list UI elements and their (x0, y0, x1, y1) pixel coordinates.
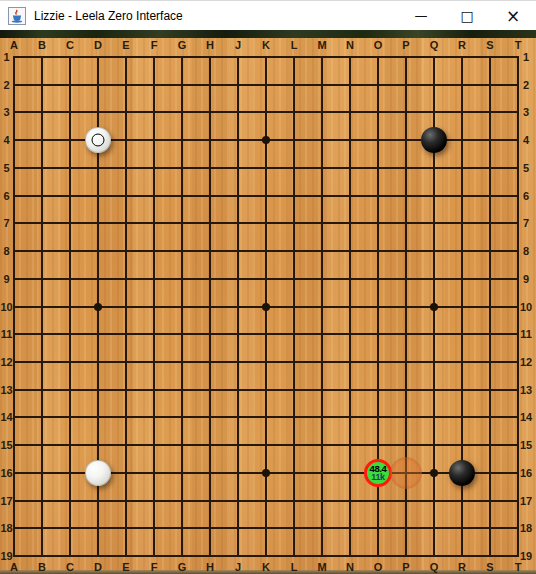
coordinate-label-left-14: 14 (0, 411, 12, 423)
coordinate-label-top-A: A (10, 39, 18, 51)
coordinate-label-top-M: M (317, 39, 326, 51)
stone-white-D4 (85, 127, 111, 153)
star-point-Q10 (430, 303, 438, 311)
coordinate-label-left-17: 17 (0, 495, 12, 507)
coordinate-label-bottom-H: H (206, 561, 214, 573)
coordinate-label-left-6: 6 (3, 190, 9, 202)
coordinate-label-top-D: D (94, 39, 102, 51)
coordinate-label-bottom-D: D (94, 561, 102, 573)
maximize-button[interactable]: □ (444, 1, 490, 31)
coordinate-label-top-O: O (374, 39, 383, 51)
coordinate-label-right-17: 17 (520, 495, 532, 507)
coordinate-label-bottom-J: J (235, 561, 241, 573)
grid-line-17 (13, 500, 519, 502)
coordinate-label-right-18: 18 (520, 522, 532, 534)
grid-line-6 (13, 195, 519, 197)
coordinate-label-right-4: 4 (523, 134, 529, 146)
window-title: Lizzie - Leela Zero Interface (34, 9, 183, 23)
coordinate-label-top-F: F (151, 39, 158, 51)
last-move-mark-icon (92, 134, 105, 147)
coordinate-label-left-2: 2 (3, 79, 9, 91)
grid-line-15 (13, 444, 519, 446)
coordinate-label-top-L: L (291, 39, 298, 51)
go-board[interactable]: AABBCCDDEEFFGGHHJJKKLLMMNNOOPPQQRRSSTT11… (0, 30, 536, 574)
grid-line-5 (13, 167, 519, 169)
coordinate-label-left-12: 12 (0, 356, 12, 368)
window-controls: — □ × (398, 1, 536, 31)
coordinate-label-top-P: P (402, 39, 409, 51)
coordinate-label-bottom-A: A (10, 561, 18, 573)
grid-line-9 (13, 278, 519, 280)
star-point-Q16 (430, 469, 438, 477)
app-window: Lizzie - Leela Zero Interface — □ × AABB… (0, 0, 536, 574)
grid-line-7 (13, 222, 519, 224)
coordinate-label-top-R: R (458, 39, 466, 51)
grid-line-11 (13, 333, 519, 335)
coordinate-label-right-5: 5 (523, 162, 529, 174)
coordinate-label-left-5: 5 (3, 162, 9, 174)
coordinate-label-top-E: E (122, 39, 129, 51)
coordinate-label-right-8: 8 (523, 245, 529, 257)
coordinate-label-left-1: 1 (3, 51, 9, 63)
coordinate-label-bottom-Q: Q (430, 561, 439, 573)
coordinate-label-top-N: N (346, 39, 354, 51)
star-point-K10 (262, 303, 270, 311)
star-point-K4 (262, 136, 270, 144)
coordinate-label-bottom-E: E (122, 561, 129, 573)
coordinate-label-bottom-P: P (402, 561, 409, 573)
grid-line-2 (13, 84, 519, 86)
coordinate-label-right-2: 2 (523, 79, 529, 91)
best-move-suggestion-O16[interactable]: 48.411k (364, 459, 392, 487)
coordinate-label-bottom-T: T (515, 561, 522, 573)
coordinate-label-right-19: 19 (520, 550, 532, 562)
coordinate-label-left-7: 7 (3, 217, 9, 229)
background-texture-strip (0, 30, 536, 38)
grid-line-13 (13, 389, 519, 391)
coordinate-label-bottom-R: R (458, 561, 466, 573)
coordinate-label-right-11: 11 (520, 328, 532, 340)
coordinate-label-top-G: G (178, 39, 187, 51)
coordinate-label-left-11: 11 (1, 328, 13, 340)
coordinate-label-top-T: T (515, 39, 522, 51)
coordinate-label-left-10: 10 (0, 301, 12, 313)
coordinate-label-left-19: 19 (0, 550, 12, 562)
coordinate-label-right-7: 7 (523, 217, 529, 229)
coordinate-label-bottom-S: S (486, 561, 493, 573)
grid-line-19 (13, 555, 519, 557)
coordinate-label-bottom-C: C (66, 561, 74, 573)
coordinate-label-bottom-L: L (291, 561, 298, 573)
java-coffee-icon (8, 7, 26, 25)
coordinate-label-bottom-F: F (151, 561, 158, 573)
star-point-K16 (262, 469, 270, 477)
candidate-move-suggestion-P16[interactable] (390, 457, 422, 489)
coordinate-label-right-16: 16 (520, 467, 532, 479)
coordinate-label-right-10: 10 (520, 301, 532, 313)
coordinate-label-left-15: 15 (0, 439, 12, 451)
coordinate-label-left-9: 9 (3, 273, 9, 285)
grid-line-12 (13, 361, 519, 363)
star-point-D10 (94, 303, 102, 311)
minimize-button[interactable]: — (398, 1, 444, 31)
coordinate-label-left-4: 4 (3, 134, 9, 146)
coordinate-label-right-9: 9 (523, 273, 529, 285)
coordinate-label-left-16: 16 (0, 467, 12, 479)
grid-line-8 (13, 250, 519, 252)
coordinate-label-right-13: 13 (520, 384, 532, 396)
grid-line-1 (13, 56, 519, 58)
coordinate-label-top-S: S (486, 39, 493, 51)
coordinate-label-top-Q: Q (430, 39, 439, 51)
coordinate-label-left-13: 13 (0, 384, 12, 396)
grid-line-18 (13, 527, 519, 529)
coordinate-label-right-14: 14 (520, 411, 532, 423)
coordinate-label-right-6: 6 (523, 190, 529, 202)
coordinate-label-bottom-B: B (38, 561, 46, 573)
coordinate-label-top-B: B (38, 39, 46, 51)
coordinate-label-right-15: 15 (520, 439, 532, 451)
stone-white-D16 (85, 460, 111, 486)
coordinate-label-bottom-N: N (346, 561, 354, 573)
coordinate-label-bottom-K: K (262, 561, 270, 573)
stone-black-Q4 (421, 127, 447, 153)
coordinate-label-right-12: 12 (520, 356, 532, 368)
coordinate-label-right-1: 1 (523, 51, 529, 63)
coordinate-label-left-8: 8 (3, 245, 9, 257)
grid-line-14 (13, 416, 519, 418)
coordinate-label-top-J: J (235, 39, 241, 51)
grid-line-3 (13, 111, 519, 113)
coordinate-label-left-3: 3 (3, 106, 9, 118)
coordinate-label-top-H: H (206, 39, 214, 51)
coordinate-label-right-3: 3 (523, 106, 529, 118)
coordinate-label-bottom-M: M (317, 561, 326, 573)
coordinate-label-top-K: K (262, 39, 270, 51)
coordinate-label-top-C: C (66, 39, 74, 51)
coordinate-label-bottom-O: O (374, 561, 383, 573)
close-button[interactable]: × (490, 1, 536, 31)
coordinate-label-left-18: 18 (0, 522, 12, 534)
stone-black-R16 (449, 460, 475, 486)
title-bar: Lizzie - Leela Zero Interface — □ × (0, 0, 536, 30)
coordinate-label-bottom-G: G (178, 561, 187, 573)
visits-label: 11k (371, 473, 385, 482)
